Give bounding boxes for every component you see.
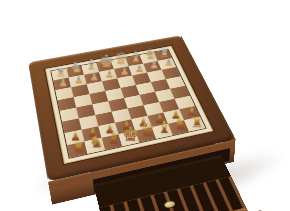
black-knight[interactable]: ♞ xyxy=(87,135,105,152)
chess-board: ♜♞♝♚♛♝♞♜♟♟♟♟♟♟♟♟♟♟♟♟♟♟♟♟♜♞♝♚♛♝♞♜ xyxy=(51,50,205,158)
white-pawn[interactable]: ♟ xyxy=(102,69,117,80)
white-pawn[interactable]: ♟ xyxy=(71,74,87,85)
scene: ♜♞♝♚♛♝♞♜♟♟♟♟♟♟♟♟♟♟♟♟♟♟♟♟♜♞♝♚♛♝♞♜ xyxy=(0,0,290,211)
white-pawn[interactable]: ♟ xyxy=(86,71,101,82)
square-c4[interactable] xyxy=(136,82,155,95)
chess-box: ♜♞♝♚♛♝♞♜♟♟♟♟♟♟♟♟♟♟♟♟♟♟♟♟♜♞♝♚♛♝♞♜ xyxy=(28,35,235,181)
square-d4[interactable] xyxy=(121,85,140,98)
black-bishop[interactable]: ♝ xyxy=(105,131,123,147)
square-a3[interactable] xyxy=(162,67,181,79)
square-d3[interactable] xyxy=(117,76,136,88)
white-pawn[interactable]: ♟ xyxy=(147,60,162,70)
black-bishop[interactable]: ♝ xyxy=(156,120,173,136)
product-photo: ♜♞♝♚♛♝♞♜♟♟♟♟♟♟♟♟♟♟♟♟♟♟♟♟♜♞♝♚♛♝♞♜ xyxy=(0,0,290,211)
maple-board-frame: ♜♞♝♚♛♝♞♜♟♟♟♟♟♟♟♟♟♟♟♟♟♟♟♟♜♞♝♚♛♝♞♜ xyxy=(45,46,214,164)
white-pawn[interactable]: ♟ xyxy=(132,63,147,73)
white-pawn[interactable]: ♟ xyxy=(161,58,176,68)
black-rook[interactable]: ♜ xyxy=(188,115,205,129)
white-pawn[interactable]: ♟ xyxy=(55,77,71,88)
black-king[interactable]: ♚ xyxy=(122,124,139,144)
black-rook[interactable]: ♜ xyxy=(70,141,88,155)
square-h8[interactable]: ♜ xyxy=(67,142,87,158)
white-pawn[interactable]: ♟ xyxy=(117,66,132,77)
black-queen[interactable]: ♛ xyxy=(139,121,156,139)
black-knight[interactable]: ♞ xyxy=(172,117,189,133)
square-g8[interactable]: ♞ xyxy=(84,138,105,154)
